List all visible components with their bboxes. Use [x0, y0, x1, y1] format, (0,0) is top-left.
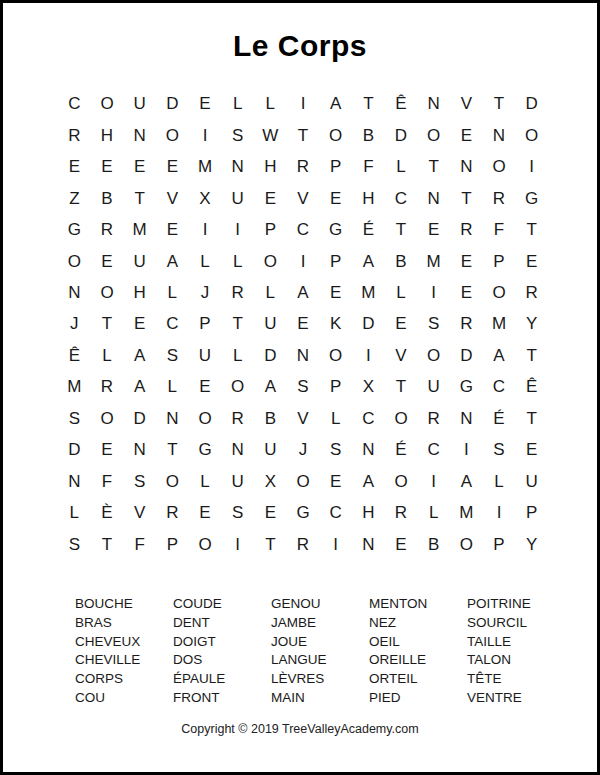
word-list-item: POITRINE [467, 595, 531, 614]
worksheet-page: Le Corps COUDELLIATÊNVTDRHNOISWTOBDOENOE… [0, 0, 600, 775]
grid-cell-r12c12: C [417, 434, 450, 465]
grid-cell-r9c1: Ê [58, 340, 91, 371]
grid-cell-r7c9: E [319, 277, 352, 308]
grid-cell-r5c5: I [189, 214, 222, 245]
grid-cell-r11c9: L [319, 403, 352, 434]
grid-cell-r14c12: L [417, 497, 450, 528]
grid-cell-r4c6: U [221, 182, 254, 213]
grid-cell-r9c2: L [91, 340, 124, 371]
grid-cell-r11c14: É [483, 403, 516, 434]
word-list-item: LANGUE [271, 651, 369, 670]
copyright-text: Copyright © 2019 TreeValleyAcademy.com [3, 722, 597, 736]
word-list-item: TÊTE [467, 670, 531, 689]
grid-cell-r2c1: R [58, 119, 91, 150]
word-list-item: DOIGT [173, 633, 271, 652]
grid-cell-r9c10: I [352, 340, 385, 371]
grid-cell-r5c14: F [483, 214, 516, 245]
grid-cell-r10c10: X [352, 371, 385, 402]
grid-cell-r9c4: S [156, 340, 189, 371]
grid-cell-r9c9: O [319, 340, 352, 371]
grid-cell-r13c8: O [287, 466, 320, 497]
grid-cell-r6c3: U [123, 245, 156, 276]
grid-cell-r4c13: T [450, 182, 483, 213]
grid-cell-r9c11: V [385, 340, 418, 371]
grid-cell-r4c3: T [123, 182, 156, 213]
grid-cell-r2c4: O [156, 119, 189, 150]
word-list-item: JAMBE [271, 614, 369, 633]
grid-cell-r14c5: E [189, 497, 222, 528]
grid-cell-r5c13: R [450, 214, 483, 245]
grid-cell-r1c12: N [417, 88, 450, 119]
grid-cell-r8c12: S [417, 308, 450, 339]
grid-cell-r10c13: G [450, 371, 483, 402]
grid-cell-r12c8: J [287, 434, 320, 465]
grid-cell-r2c8: T [287, 119, 320, 150]
grid-cell-r12c14: S [483, 434, 516, 465]
grid-cell-r15c14: P [483, 529, 516, 560]
word-list-column-4: MENTONNEZOEILOREILLEORTEILPIED [369, 595, 467, 708]
grid-cell-r13c10: A [352, 466, 385, 497]
grid-cell-r3c4: E [156, 151, 189, 182]
word-list-item: BRAS [75, 614, 173, 633]
grid-cell-r15c4: P [156, 529, 189, 560]
grid-cell-r11c13: N [450, 403, 483, 434]
grid-cell-r6c5: L [189, 245, 222, 276]
grid-cell-r1c5: E [189, 88, 222, 119]
grid-cell-r11c12: R [417, 403, 450, 434]
grid-cell-r15c8: R [287, 529, 320, 560]
word-list-column-3: GENOUJAMBEJOUELANGUELÈVRESMAIN [271, 595, 369, 708]
grid-cell-r10c14: C [483, 371, 516, 402]
grid-cell-r13c3: S [123, 466, 156, 497]
grid-cell-r1c13: V [450, 88, 483, 119]
grid-cell-r1c11: Ê [385, 88, 418, 119]
grid-cell-r13c5: L [189, 466, 222, 497]
grid-cell-r3c7: H [254, 151, 287, 182]
grid-cell-r7c1: N [58, 277, 91, 308]
grid-cell-r15c1: S [58, 529, 91, 560]
word-list-column-1: BOUCHEBRASCHEVEUXCHEVILLECORPSCOU [75, 595, 173, 708]
grid-cell-r3c5: M [189, 151, 222, 182]
grid-cell-r2c12: O [417, 119, 450, 150]
grid-cell-r8c1: J [58, 308, 91, 339]
word-list-item: LÈVRES [271, 670, 369, 689]
grid-cell-r12c10: N [352, 434, 385, 465]
grid-cell-r7c15: R [515, 277, 548, 308]
grid-cell-r5c12: E [417, 214, 450, 245]
grid-cell-r3c9: P [319, 151, 352, 182]
grid-cell-r14c10: H [352, 497, 385, 528]
grid-cell-r7c12: I [417, 277, 450, 308]
grid-cell-r14c7: E [254, 497, 287, 528]
grid-cell-r6c13: E [450, 245, 483, 276]
grid-cell-r14c4: R [156, 497, 189, 528]
grid-cell-r14c1: L [58, 497, 91, 528]
grid-cell-r6c11: B [385, 245, 418, 276]
grid-cell-r8c4: C [156, 308, 189, 339]
grid-cell-r13c2: F [91, 466, 124, 497]
word-list-item: CHEVEUX [75, 633, 173, 652]
grid-cell-r8c13: R [450, 308, 483, 339]
grid-cell-r13c7: X [254, 466, 287, 497]
word-list-item: OREILLE [369, 651, 467, 670]
grid-cell-r7c8: A [287, 277, 320, 308]
grid-cell-r6c2: E [91, 245, 124, 276]
grid-cell-r4c5: X [189, 182, 222, 213]
grid-cell-r9c15: T [515, 340, 548, 371]
grid-cell-r3c6: N [221, 151, 254, 182]
grid-cell-r5c4: E [156, 214, 189, 245]
grid-cell-r6c1: O [58, 245, 91, 276]
grid-cell-r15c15: Y [515, 529, 548, 560]
grid-cell-r7c4: L [156, 277, 189, 308]
grid-cell-r15c3: F [123, 529, 156, 560]
grid-cell-r13c11: O [385, 466, 418, 497]
word-list-item: JOUE [271, 633, 369, 652]
grid-cell-r12c13: I [450, 434, 483, 465]
grid-cell-r1c15: D [515, 88, 548, 119]
grid-cell-r10c8: S [287, 371, 320, 402]
grid-cell-r5c6: I [221, 214, 254, 245]
grid-cell-r10c2: R [91, 371, 124, 402]
word-list-item: COUDE [173, 595, 271, 614]
grid-cell-r4c8: V [287, 182, 320, 213]
grid-cell-r4c14: R [483, 182, 516, 213]
grid-cell-r2c15: O [515, 119, 548, 150]
grid-cell-r12c2: E [91, 434, 124, 465]
grid-cell-r2c10: B [352, 119, 385, 150]
word-list-item: GENOU [271, 595, 369, 614]
grid-cell-r15c11: E [385, 529, 418, 560]
word-list-item: TALON [467, 651, 531, 670]
grid-cell-r12c4: T [156, 434, 189, 465]
grid-cell-r9c6: L [221, 340, 254, 371]
grid-cell-r13c12: I [417, 466, 450, 497]
grid-cell-r5c3: M [123, 214, 156, 245]
grid-cell-r8c11: E [385, 308, 418, 339]
grid-cell-r2c3: N [123, 119, 156, 150]
word-list-item: FRONT [173, 689, 271, 708]
grid-cell-r13c15: U [515, 466, 548, 497]
grid-cell-r8c6: T [221, 308, 254, 339]
grid-cell-r6c7: O [254, 245, 287, 276]
grid-cell-r5c9: G [319, 214, 352, 245]
grid-cell-r13c6: U [221, 466, 254, 497]
grid-cell-r3c10: F [352, 151, 385, 182]
grid-cell-r11c6: R [221, 403, 254, 434]
grid-cell-r12c9: S [319, 434, 352, 465]
grid-cell-r10c4: L [156, 371, 189, 402]
grid-cell-r6c10: A [352, 245, 385, 276]
grid-cell-r13c13: A [450, 466, 483, 497]
grid-cell-r6c12: M [417, 245, 450, 276]
grid-cell-r9c14: A [483, 340, 516, 371]
grid-cell-r4c2: B [91, 182, 124, 213]
grid-cell-r11c3: D [123, 403, 156, 434]
grid-cell-r13c4: O [156, 466, 189, 497]
grid-cell-r13c9: E [319, 466, 352, 497]
grid-cell-r13c1: N [58, 466, 91, 497]
grid-cell-r4c9: E [319, 182, 352, 213]
grid-cell-r5c10: É [352, 214, 385, 245]
grid-cell-r1c8: I [287, 88, 320, 119]
grid-cell-r7c13: E [450, 277, 483, 308]
grid-cell-r9c12: O [417, 340, 450, 371]
grid-cell-r2c11: D [385, 119, 418, 150]
grid-cell-r4c10: H [352, 182, 385, 213]
grid-cell-r15c5: O [189, 529, 222, 560]
grid-cell-r2c9: O [319, 119, 352, 150]
word-list-item: ÉPAULE [173, 670, 271, 689]
word-list-item: SOURCIL [467, 614, 531, 633]
grid-cell-r2c13: E [450, 119, 483, 150]
grid-cell-r5c8: C [287, 214, 320, 245]
grid-cell-r3c11: L [385, 151, 418, 182]
grid-cell-r6c14: P [483, 245, 516, 276]
grid-cell-r5c2: R [91, 214, 124, 245]
grid-cell-r1c14: T [483, 88, 516, 119]
grid-cell-r15c2: T [91, 529, 124, 560]
grid-cell-r8c7: U [254, 308, 287, 339]
word-list-item: MAIN [271, 689, 369, 708]
grid-cell-r13c14: L [483, 466, 516, 497]
grid-cell-r1c6: L [221, 88, 254, 119]
grid-cell-r14c2: È [91, 497, 124, 528]
grid-cell-r11c4: N [156, 403, 189, 434]
grid-cell-r4c12: N [417, 182, 450, 213]
grid-cell-r12c15: E [515, 434, 548, 465]
grid-cell-r5c11: T [385, 214, 418, 245]
grid-cell-r10c6: O [221, 371, 254, 402]
grid-cell-r8c8: E [287, 308, 320, 339]
word-list-item: DENT [173, 614, 271, 633]
word-list-item: NEZ [369, 614, 467, 633]
grid-cell-r8c3: E [123, 308, 156, 339]
grid-cell-r11c8: V [287, 403, 320, 434]
grid-cell-r12c11: É [385, 434, 418, 465]
grid-cell-r7c10: M [352, 277, 385, 308]
grid-cell-r11c1: S [58, 403, 91, 434]
grid-cell-r3c12: T [417, 151, 450, 182]
grid-cell-r12c5: G [189, 434, 222, 465]
grid-cell-r4c1: Z [58, 182, 91, 213]
grid-cell-r14c8: G [287, 497, 320, 528]
grid-cell-r14c15: P [515, 497, 548, 528]
word-list-item: BOUCHE [75, 595, 173, 614]
grid-cell-r1c7: L [254, 88, 287, 119]
grid-cell-r3c14: O [483, 151, 516, 182]
word-list-column-5: POITRINESOURCILTAILLETALONTÊTEVENTRE [467, 595, 531, 708]
grid-cell-r15c10: N [352, 529, 385, 560]
grid-cell-r8c10: D [352, 308, 385, 339]
grid-cell-r5c1: G [58, 214, 91, 245]
grid-cell-r10c9: P [319, 371, 352, 402]
grid-cell-r15c6: I [221, 529, 254, 560]
grid-cell-r11c7: B [254, 403, 287, 434]
grid-cell-r1c9: A [319, 88, 352, 119]
grid-cell-r12c7: U [254, 434, 287, 465]
word-list-item: VENTRE [467, 689, 531, 708]
word-list-item: MENTON [369, 595, 467, 614]
grid-cell-r11c11: O [385, 403, 418, 434]
grid-cell-r2c6: S [221, 119, 254, 150]
word-list-item: OEIL [369, 633, 467, 652]
grid-cell-r4c7: E [254, 182, 287, 213]
word-list-item: DOS [173, 651, 271, 670]
grid-cell-r8c5: P [189, 308, 222, 339]
grid-cell-r4c15: G [515, 182, 548, 213]
word-search-grid: COUDELLIATÊNVTDRHNOISWTOBDOENOEEEEMNHRPF… [58, 88, 548, 560]
page-title: Le Corps [3, 29, 597, 63]
grid-cell-r14c14: I [483, 497, 516, 528]
grid-cell-r8c9: K [319, 308, 352, 339]
grid-cell-r14c9: C [319, 497, 352, 528]
word-list: BOUCHEBRASCHEVEUXCHEVILLECORPSCOUCOUDEDE… [75, 595, 531, 708]
grid-cell-r11c15: T [515, 403, 548, 434]
grid-cell-r4c11: C [385, 182, 418, 213]
grid-cell-r3c1: E [58, 151, 91, 182]
grid-cell-r8c14: M [483, 308, 516, 339]
word-list-item: COU [75, 689, 173, 708]
grid-cell-r15c12: B [417, 529, 450, 560]
grid-cell-r6c6: L [221, 245, 254, 276]
grid-cell-r10c7: A [254, 371, 287, 402]
grid-cell-r10c1: M [58, 371, 91, 402]
grid-cell-r3c15: I [515, 151, 548, 182]
grid-cell-r6c4: A [156, 245, 189, 276]
grid-cell-r1c1: C [58, 88, 91, 119]
grid-cell-r14c11: R [385, 497, 418, 528]
grid-cell-r10c5: E [189, 371, 222, 402]
grid-cell-r9c8: N [287, 340, 320, 371]
grid-cell-r15c7: T [254, 529, 287, 560]
grid-cell-r15c9: I [319, 529, 352, 560]
grid-cell-r5c7: P [254, 214, 287, 245]
grid-cell-r7c5: J [189, 277, 222, 308]
grid-cell-r2c2: H [91, 119, 124, 150]
grid-cell-r8c2: T [91, 308, 124, 339]
word-list-item: CORPS [75, 670, 173, 689]
grid-cell-r11c2: O [91, 403, 124, 434]
grid-cell-r10c11: T [385, 371, 418, 402]
grid-cell-r9c7: D [254, 340, 287, 371]
grid-cell-r6c8: I [287, 245, 320, 276]
grid-cell-r3c8: R [287, 151, 320, 182]
grid-cell-r5c15: T [515, 214, 548, 245]
word-list-item: TAILLE [467, 633, 531, 652]
grid-cell-r14c3: V [123, 497, 156, 528]
grid-cell-r11c10: C [352, 403, 385, 434]
grid-cell-r12c6: N [221, 434, 254, 465]
grid-cell-r12c3: N [123, 434, 156, 465]
grid-cell-r7c3: H [123, 277, 156, 308]
grid-cell-r7c14: O [483, 277, 516, 308]
grid-cell-r1c4: D [156, 88, 189, 119]
grid-cell-r11c5: O [189, 403, 222, 434]
grid-cell-r15c13: O [450, 529, 483, 560]
grid-cell-r1c3: U [123, 88, 156, 119]
grid-cell-r10c12: U [417, 371, 450, 402]
grid-cell-r7c6: R [221, 277, 254, 308]
grid-cell-r6c15: E [515, 245, 548, 276]
grid-cell-r3c2: E [91, 151, 124, 182]
grid-cell-r1c10: T [352, 88, 385, 119]
word-list-column-2: COUDEDENTDOIGTDOSÉPAULEFRONT [173, 595, 271, 708]
word-list-item: ORTEIL [369, 670, 467, 689]
grid-cell-r14c13: M [450, 497, 483, 528]
word-list-item: PIED [369, 689, 467, 708]
grid-cell-r3c3: E [123, 151, 156, 182]
grid-cell-r1c2: O [91, 88, 124, 119]
grid-cell-r4c4: V [156, 182, 189, 213]
grid-cell-r8c15: Y [515, 308, 548, 339]
grid-cell-r9c13: D [450, 340, 483, 371]
word-list-item: CHEVILLE [75, 651, 173, 670]
grid-cell-r9c5: U [189, 340, 222, 371]
grid-cell-r3c13: N [450, 151, 483, 182]
grid-cell-r9c3: A [123, 340, 156, 371]
grid-cell-r6c9: P [319, 245, 352, 276]
grid-cell-r2c14: N [483, 119, 516, 150]
grid-cell-r2c7: W [254, 119, 287, 150]
grid-cell-r7c11: L [385, 277, 418, 308]
grid-cell-r10c3: A [123, 371, 156, 402]
grid-cell-r7c7: L [254, 277, 287, 308]
grid-cell-r12c1: D [58, 434, 91, 465]
grid-cell-r7c2: O [91, 277, 124, 308]
grid-cell-r10c15: Ê [515, 371, 548, 402]
grid-cell-r2c5: I [189, 119, 222, 150]
grid-cell-r14c6: S [221, 497, 254, 528]
